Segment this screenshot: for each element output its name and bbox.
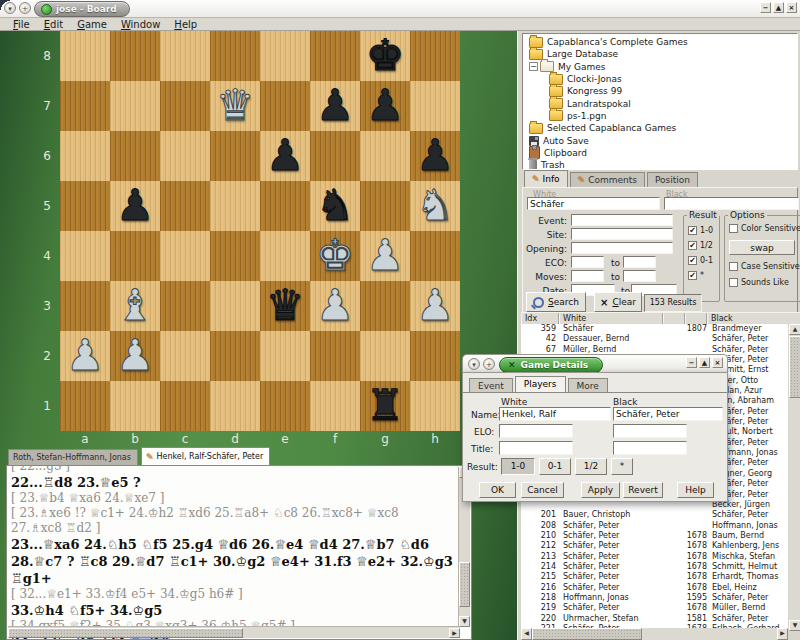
tree-item-label: Large Database xyxy=(547,49,618,59)
dialog-shade-button[interactable]: ▾ xyxy=(468,358,480,370)
scroll-thumb[interactable] xyxy=(459,562,470,607)
tree-item-selected-capablanca-games[interactable]: Selected Capablanca Games xyxy=(523,122,797,134)
cell: Schäfer, Peter xyxy=(707,614,788,624)
square-e2[interactable] xyxy=(260,331,310,381)
black-pawn[interactable]: ♟ xyxy=(360,81,410,131)
square-g8[interactable]: ♚ xyxy=(360,31,410,81)
cell: Schäfer, Peter xyxy=(559,521,663,531)
square-c1[interactable] xyxy=(160,381,210,431)
square-g7[interactable]: ♟ xyxy=(360,81,410,131)
square-f6[interactable] xyxy=(310,131,360,181)
square-h2[interactable] xyxy=(410,331,460,381)
square-d5[interactable] xyxy=(210,181,260,231)
cancel-button[interactable]: Cancel xyxy=(521,482,564,498)
scroll-thumb[interactable] xyxy=(8,628,243,638)
white-pawn[interactable]: ♟ xyxy=(60,331,110,381)
tab-label: Comments xyxy=(588,175,637,185)
square-c6[interactable] xyxy=(160,131,210,181)
square-h8[interactable] xyxy=(410,31,460,81)
cell: Hoffmann, Jonas xyxy=(707,521,788,531)
square-c4[interactable] xyxy=(160,231,210,281)
square-d6[interactable] xyxy=(210,131,260,181)
checkbox[interactable] xyxy=(729,224,738,233)
moves-panel: Roth, Stefan-Hoffmann, Jonas✎Henkel, Ral… xyxy=(6,448,472,640)
swap-button[interactable]: swap xyxy=(729,240,795,255)
square-e7[interactable] xyxy=(260,81,310,131)
black-knight[interactable]: ♞ xyxy=(310,181,360,231)
table-row[interactable]: 210Schäfer, Peter1678Baum, Bernd xyxy=(521,531,788,541)
square-e3[interactable]: ♛ xyxy=(260,281,310,331)
checkbox-label: Case Sensitive xyxy=(741,262,800,271)
clear-button-label: Clear xyxy=(612,297,636,307)
variation-line[interactable]: [ 23.♕b4 ♕xa6 24.♕xe7 ] xyxy=(11,491,453,506)
cell: Kahlenberg, Jens xyxy=(707,541,788,551)
option-check-sounds-like[interactable]: Sounds Like xyxy=(729,278,789,287)
tree-item-label: Trash xyxy=(541,160,565,170)
table-row[interactable]: 359Schäfer1807Brandmeyer xyxy=(521,324,788,334)
game-tabs: Roth, Stefan-Hoffmann, Jonas✎Henkel, Ral… xyxy=(6,448,270,465)
variation-line[interactable]: [ 32...♕e1+ 33.♔f4 e5+ 34.♔g5 h6# ] xyxy=(11,587,453,602)
square-a8[interactable] xyxy=(60,31,110,81)
checkbox[interactable]: ✔ xyxy=(688,271,697,280)
square-e5[interactable] xyxy=(260,181,310,231)
tree-item-large-database[interactable]: Large Database xyxy=(523,48,797,60)
tree-item-capablanca-s-complete-games[interactable]: Capablanca's Complete Games xyxy=(523,36,797,48)
name-label: Name: xyxy=(471,410,501,420)
table-row[interactable]: 201Bauer, ChristophSchäfer, Peter xyxy=(521,510,788,520)
results-vertical-scrollbar[interactable]: ▲ ▼ xyxy=(789,324,800,631)
checkbox-label: 1-0 xyxy=(700,226,713,235)
cell: Schäfer, Peter xyxy=(559,572,663,582)
square-b7[interactable] xyxy=(110,81,160,131)
white-elo-input[interactable] xyxy=(499,424,573,438)
cell: Schäfer, Peter xyxy=(707,334,788,344)
window-button[interactable]: − xyxy=(760,2,771,13)
square-c8[interactable] xyxy=(160,31,210,81)
dialog-content: White Black Name: Henkel, Ralf Schäfer, … xyxy=(463,392,727,479)
square-f8[interactable] xyxy=(310,31,360,81)
cell: 212 xyxy=(521,541,559,551)
eco-to-input[interactable] xyxy=(623,256,656,268)
table-row[interactable]: 213Schäfer, Peter1678Mischka, Stefan xyxy=(521,552,788,562)
rank-label-1: 1 xyxy=(38,381,56,431)
square-d7[interactable]: ♛ xyxy=(210,81,260,131)
square-b4[interactable] xyxy=(110,231,160,281)
result-check-0-1[interactable]: ✔0-1 xyxy=(688,256,713,265)
white-name-input[interactable]: Henkel, Ralf xyxy=(499,407,611,421)
white-column-label: White xyxy=(501,397,527,407)
checkbox[interactable]: ✔ xyxy=(688,256,697,265)
square-a6[interactable] xyxy=(60,131,110,181)
black-pawn[interactable]: ♟ xyxy=(410,131,460,181)
title-bar: ▾ + jose - Board −▲× xyxy=(0,0,800,18)
ok-button[interactable]: OK xyxy=(479,482,516,498)
rank-label-4: 4 xyxy=(38,231,56,281)
square-a7[interactable] xyxy=(60,81,110,131)
tab-label: Henkel, Ralf-Schäfer, Peter xyxy=(156,452,263,461)
file-labels: abcdefgh xyxy=(60,431,460,448)
dialog-tab-more[interactable]: More xyxy=(568,378,608,393)
square-a2[interactable]: ♟ xyxy=(60,331,110,381)
black-elo-input[interactable] xyxy=(613,424,687,438)
file-label-a: a xyxy=(60,431,110,448)
table-row[interactable]: 218Hoffmann, Jonas1595Schäfer, Peter xyxy=(521,593,788,603)
square-b6[interactable] xyxy=(110,131,160,181)
square-h3[interactable]: ♟ xyxy=(410,281,460,331)
result-check-1/2[interactable]: ✔1/2 xyxy=(688,241,713,250)
variation-line[interactable]: [ 23.♗xe6 !? ♕c1+ 24.♔h2 ♖xd6 25.♖a8+ ♘c… xyxy=(11,506,453,536)
cell: 220 xyxy=(521,614,559,624)
tree-item-label: Auto Save xyxy=(543,136,589,146)
white-pawn[interactable]: ♟ xyxy=(310,281,360,331)
dialog-button[interactable]: × xyxy=(712,357,723,368)
square-c5[interactable] xyxy=(160,181,210,231)
checkbox-label: Sounds Like xyxy=(741,278,789,287)
file-label-c: c xyxy=(160,431,210,448)
cell: 1581 xyxy=(685,614,707,624)
square-d1[interactable] xyxy=(210,381,260,431)
square-g5[interactable] xyxy=(360,181,410,231)
cell: Schäfer, Peter xyxy=(559,552,663,562)
cell xyxy=(685,510,707,520)
window-shade-button[interactable]: ▾ xyxy=(4,2,16,14)
window-button[interactable]: × xyxy=(786,2,797,13)
dialog-title-pill[interactable]: ✕ Game Details xyxy=(499,357,603,373)
cell xyxy=(685,334,707,344)
folder-icon xyxy=(549,110,563,121)
menu-edit[interactable]: Edit xyxy=(37,19,70,30)
cell: Schäfer, Peter xyxy=(707,510,788,520)
scroll-right-button[interactable]: ▶ xyxy=(449,628,460,638)
tab-comments[interactable]: ✎Comments xyxy=(570,172,645,187)
cell: Ebel, Heinz xyxy=(707,583,788,593)
help-button[interactable]: Help xyxy=(677,482,714,498)
square-f1[interactable] xyxy=(310,381,360,431)
tree-item-label: Landratspokal xyxy=(567,99,631,109)
cell: Schäfer, Peter xyxy=(559,531,663,541)
dialog-tabs: EventPlayersMore xyxy=(469,376,608,393)
tree-item-clipboard[interactable]: Clipboard xyxy=(523,147,797,159)
table-row[interactable]: 42Dessauer, BerndSchäfer, Peter xyxy=(521,334,788,344)
black-pawn[interactable]: ♟ xyxy=(310,81,360,131)
cell: Dessauer, Bernd xyxy=(559,334,663,344)
square-b3[interactable]: ♝ xyxy=(110,281,160,331)
main-line[interactable]: 23...♕xa6 24.♘h5 ♘f5 25.g4 ♕d6 26.♕e4 ♕d… xyxy=(11,536,453,587)
square-g6[interactable] xyxy=(360,131,410,181)
cell: 1678 xyxy=(685,562,707,572)
white-knight[interactable]: ♞ xyxy=(410,181,460,231)
square-d2[interactable] xyxy=(210,331,260,381)
revert-button[interactable]: Revert xyxy=(623,482,663,498)
dialog-tab-players[interactable]: Players xyxy=(515,376,566,393)
window-sticky-button[interactable]: + xyxy=(19,2,31,14)
checkbox-label: 1/2 xyxy=(700,241,713,250)
result-button-0-1[interactable]: 0-1 xyxy=(539,458,571,475)
cell: 1807 xyxy=(685,324,707,334)
square-g3[interactable] xyxy=(360,281,410,331)
square-b8[interactable] xyxy=(110,31,160,81)
file-label-e: e xyxy=(260,431,310,448)
tree-item-label: Selected Capablanca Games xyxy=(547,123,676,133)
scroll-down-button[interactable]: ▼ xyxy=(459,616,470,627)
square-c2[interactable] xyxy=(160,331,210,381)
cell: Schäfer, Peter xyxy=(707,593,788,603)
square-g4[interactable]: ♟ xyxy=(360,231,410,281)
search-tabs: ✎Info✎CommentsPosition xyxy=(524,171,698,187)
eco-to-label: to xyxy=(611,258,620,268)
square-h7[interactable] xyxy=(410,81,460,131)
white-bishop[interactable]: ♝ xyxy=(110,281,160,331)
square-d3[interactable] xyxy=(210,281,260,331)
square-h1[interactable] xyxy=(410,381,460,431)
table-row[interactable]: 208Schäfer, PeterHoffmann, Jonas xyxy=(521,521,788,531)
square-c7[interactable] xyxy=(160,81,210,131)
window-title-pill[interactable]: jose - Board xyxy=(34,1,130,17)
square-f4[interactable]: ♚ xyxy=(310,231,360,281)
square-c3[interactable] xyxy=(160,281,210,331)
menu-help[interactable]: Help xyxy=(167,19,204,30)
checkbox[interactable] xyxy=(729,262,738,271)
expander-icon[interactable]: − xyxy=(529,62,538,71)
square-g1[interactable]: ♜ xyxy=(360,381,410,431)
result-group-title: Result xyxy=(687,210,719,220)
tab-label: Roth, Stefan-Hoffmann, Jonas xyxy=(13,453,131,462)
scroll-down-button[interactable]: ▼ xyxy=(789,620,800,631)
moves-body: [ 22...g5 ]22...♖d8 23.♕e5 ?[ 23.♕b4 ♕xa… xyxy=(6,465,472,640)
table-row[interactable]: 214Schäfer, Peter1678Schmitt, Helmut xyxy=(521,562,788,572)
moves-horizontal-scrollbar[interactable]: ▶ xyxy=(8,626,460,638)
title-label: Title: xyxy=(471,444,493,454)
search-icon xyxy=(533,297,544,308)
tree-item-label: Capablanca's Complete Games xyxy=(547,37,688,47)
dialog-icon: ✕ xyxy=(508,359,516,371)
opening-label: Opening: xyxy=(523,244,567,254)
result-button-1/2[interactable]: 1/2 xyxy=(575,458,607,475)
table-row[interactable]: 219Schäfer, Peter1678Müller, Bernd xyxy=(521,603,788,613)
square-a4[interactable] xyxy=(60,231,110,281)
folder-icon xyxy=(529,123,543,134)
black-title-input[interactable] xyxy=(613,441,687,455)
square-a5[interactable] xyxy=(60,181,110,231)
rank-label-7: 7 xyxy=(38,81,56,131)
square-h6[interactable]: ♟ xyxy=(410,131,460,181)
dialog-title: Game Details xyxy=(521,360,589,370)
option-check-color-sensitive[interactable]: Color Sensitive xyxy=(729,224,800,233)
square-a1[interactable] xyxy=(60,381,110,431)
menu-window[interactable]: Window xyxy=(114,19,167,30)
main-line[interactable]: 22...♖d8 23.♕e5 ? xyxy=(11,474,453,491)
black-pawn[interactable]: ♟ xyxy=(110,181,160,231)
white-queen[interactable]: ♛ xyxy=(210,81,260,131)
black-king[interactable]: ♚ xyxy=(360,31,410,81)
dialog-sticky-button[interactable]: + xyxy=(483,358,495,370)
cell: Hoffmann, Jonas xyxy=(559,593,663,603)
dialog-controls: −▲× xyxy=(686,357,723,368)
cell: Schäfer, Peter xyxy=(559,541,663,551)
cell: Schäfer, Peter xyxy=(559,562,663,572)
eco-from-input[interactable] xyxy=(571,256,604,268)
cell: Bauer, Christoph xyxy=(559,510,663,520)
chess-board[interactable]: ♚♛♟♟♟♟♟♞♞♚♟♝♛♟♟♟♟♜ xyxy=(60,31,460,431)
menu-file[interactable]: File xyxy=(6,19,37,30)
scroll-up-button[interactable]: ▲ xyxy=(789,324,800,335)
checkbox[interactable]: ✔ xyxy=(688,241,697,250)
checkbox-label: Color Sensitive xyxy=(741,224,800,233)
dialog-body: EventPlayersMore White Black Name: Henke… xyxy=(462,372,728,502)
pencil-icon: ✎ xyxy=(532,175,540,183)
square-e6[interactable]: ♟ xyxy=(260,131,310,181)
white-pawn[interactable]: ♟ xyxy=(410,281,460,331)
moves-from-input[interactable] xyxy=(571,270,604,282)
square-e8[interactable] xyxy=(260,31,310,81)
cell xyxy=(685,521,707,531)
scroll-thumb[interactable] xyxy=(789,336,800,398)
database-panel: Capablanca's Complete GamesLarge Databas… xyxy=(517,31,800,640)
cell: 1678 xyxy=(685,603,707,613)
scroll-left-button[interactable]: ◀ xyxy=(521,628,532,640)
square-d8[interactable] xyxy=(210,31,260,81)
cell: 1678 xyxy=(685,572,707,582)
table-row[interactable]: 216Schäfer, Peter1678Ebel, Heinz xyxy=(521,583,788,593)
result-label: Result: xyxy=(467,462,498,472)
results-horizontal-scrollbar[interactable]: ◀ ▶ xyxy=(521,628,788,640)
scroll-right-button[interactable]: ▶ xyxy=(777,628,788,640)
square-b1[interactable] xyxy=(110,381,160,431)
collection-tree[interactable]: Capablanca's Complete GamesLarge Databas… xyxy=(522,33,798,170)
pencil-icon: ✎ xyxy=(146,453,154,461)
white-search-input[interactable]: Schäfer xyxy=(527,197,660,210)
tree-item-auto-save[interactable]: Auto Save xyxy=(523,134,797,146)
cell xyxy=(663,593,685,603)
trash-icon xyxy=(529,160,537,170)
main-line[interactable]: 33.♔h4 ♘f5+ 34.♔g5 xyxy=(11,602,453,619)
result-check-*[interactable]: ✔* xyxy=(688,271,704,280)
square-f2[interactable] xyxy=(310,331,360,381)
square-e1[interactable] xyxy=(260,381,310,431)
menu-game[interactable]: Game xyxy=(70,19,114,30)
dialog-button[interactable]: − xyxy=(686,357,697,368)
tab-info[interactable]: ✎Info xyxy=(524,170,568,187)
table-row[interactable]: 215Schäfer, Peter1678Erhardt, Thomas xyxy=(521,572,788,582)
cell: Erhardt, Thomas xyxy=(707,572,788,582)
black-search-input[interactable] xyxy=(664,197,799,210)
file-label-b: b xyxy=(110,431,160,448)
cell: 1678 xyxy=(685,552,707,562)
white-pawn[interactable]: ♟ xyxy=(360,231,410,281)
cell: Schäfer, Peter xyxy=(559,583,663,593)
dialog-title-bar: ▾ + ✕ Game Details −▲× xyxy=(462,354,728,372)
game-tab-active[interactable]: ✎Henkel, Ralf-Schäfer, Peter xyxy=(141,447,270,465)
white-king[interactable]: ♚ xyxy=(310,231,360,281)
result-button-*[interactable]: * xyxy=(611,458,633,475)
event-label: Event: xyxy=(523,216,567,226)
apply-button[interactable]: Apply xyxy=(581,482,620,498)
tree-item-label: Kongress 99 xyxy=(567,86,622,96)
square-b2[interactable]: ♟ xyxy=(110,331,160,381)
square-h4[interactable] xyxy=(410,231,460,281)
scroll-thumb[interactable] xyxy=(532,628,642,640)
dialog-button[interactable]: ▲ xyxy=(699,357,710,368)
tree-item-label: ps-1.pgn xyxy=(567,111,606,121)
black-name-input[interactable]: Schäfer, Peter xyxy=(613,407,723,421)
window-button[interactable]: ▲ xyxy=(773,2,784,13)
game-tab-inactive[interactable]: Roth, Stefan-Hoffmann, Jonas xyxy=(8,449,138,465)
tree-item-label: My Games xyxy=(558,62,605,72)
file-label-h: h xyxy=(410,431,460,448)
square-b5[interactable]: ♟ xyxy=(110,181,160,231)
cell: 1595 xyxy=(685,593,707,603)
tree-item-kongress-99[interactable]: Kongress 99 xyxy=(523,85,797,97)
moves-to-input[interactable] xyxy=(623,270,656,282)
checkbox[interactable] xyxy=(729,278,738,287)
cell: 208 xyxy=(521,521,559,531)
square-h5[interactable]: ♞ xyxy=(410,181,460,231)
black-queen[interactable]: ♛ xyxy=(260,281,310,331)
cell xyxy=(663,521,685,531)
clear-button[interactable]: × Clear xyxy=(594,292,642,312)
black-rook[interactable]: ♜ xyxy=(360,381,410,431)
file-label-g: g xyxy=(360,431,410,448)
square-f5[interactable]: ♞ xyxy=(310,181,360,231)
moves-label: Moves: xyxy=(523,272,567,282)
cell xyxy=(663,562,685,572)
square-a3[interactable] xyxy=(60,281,110,331)
cell xyxy=(663,572,685,582)
tree-item-landratspokal[interactable]: Landratspokal xyxy=(523,97,797,109)
site-input[interactable] xyxy=(571,228,673,240)
black-column-label: Black xyxy=(613,397,637,407)
square-f7[interactable]: ♟ xyxy=(310,81,360,131)
cell xyxy=(663,324,685,334)
event-input[interactable] xyxy=(571,214,673,226)
square-d4[interactable] xyxy=(210,231,260,281)
rank-label-3: 3 xyxy=(38,281,56,331)
square-f3[interactable]: ♟ xyxy=(310,281,360,331)
tree-item-ps-1-pgn[interactable]: ps-1.pgn xyxy=(523,110,797,122)
file-label-f: f xyxy=(310,431,360,448)
variation-line[interactable]: [ 22...g5 ] xyxy=(11,466,453,474)
tree-item-label: Clocki-Jonas xyxy=(567,74,622,84)
square-g2[interactable] xyxy=(360,331,410,381)
options-group-title: Options xyxy=(728,210,767,220)
tab-label: Position xyxy=(655,175,690,185)
square-e4[interactable] xyxy=(260,231,310,281)
cell: Schäfer, Peter xyxy=(559,603,663,613)
eco-label: ECO: xyxy=(523,258,567,268)
dialog-tab-event[interactable]: Event xyxy=(469,378,513,393)
result-group: Result ✔1-0✔1/2✔0-1✔* xyxy=(683,215,720,302)
search-button[interactable]: Search xyxy=(526,292,586,312)
game-details-dialog: ▾ + ✕ Game Details −▲× EventPlayersMore … xyxy=(462,354,728,502)
tree-item-trash[interactable]: Trash xyxy=(523,159,797,170)
window-controls: −▲× xyxy=(760,2,797,13)
checkbox[interactable]: ✔ xyxy=(688,226,697,235)
white-pawn[interactable]: ♟ xyxy=(110,331,160,381)
tab-position[interactable]: Position xyxy=(647,172,698,187)
table-row[interactable]: 220Uhrmacher, Stefan1581Schäfer, Peter xyxy=(521,614,788,624)
black-pawn[interactable]: ♟ xyxy=(260,131,310,181)
result-button-1-0[interactable]: 1-0 xyxy=(501,458,535,475)
tree-item-my-games[interactable]: −My Games xyxy=(523,61,797,73)
opening-input[interactable] xyxy=(571,242,673,254)
rank-label-5: 5 xyxy=(38,181,56,231)
table-row[interactable]: 212Schäfer, Peter1678Kahlenberg, Jens xyxy=(521,541,788,551)
move-list[interactable]: [ 22...g5 ]22...♖d8 23.♕e5 ?[ 23.♕b4 ♕xa… xyxy=(11,466,453,640)
option-check-case-sensitive[interactable]: Case Sensitive xyxy=(729,262,800,271)
tree-item-clocki-jonas[interactable]: Clocki-Jonas xyxy=(523,73,797,85)
result-check-1-0[interactable]: ✔1-0 xyxy=(688,226,713,235)
white-title-input[interactable] xyxy=(499,441,573,455)
